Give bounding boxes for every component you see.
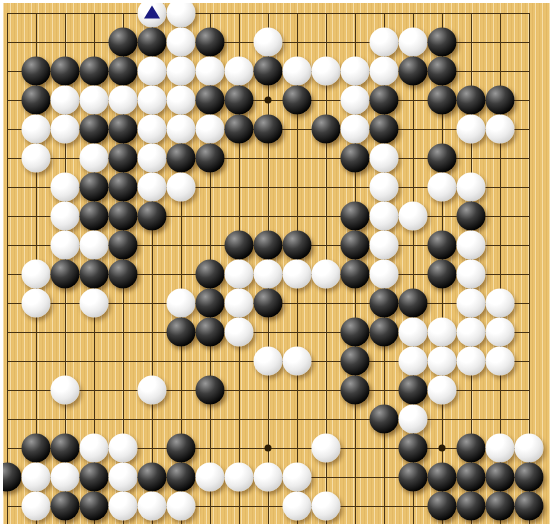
- black-stone: [109, 144, 138, 173]
- white-stone: [457, 347, 486, 376]
- white-stone: [399, 347, 428, 376]
- black-stone: [341, 347, 370, 376]
- white-stone: [254, 260, 283, 289]
- white-stone: [370, 231, 399, 260]
- star-point: [265, 445, 272, 452]
- black-stone: [109, 115, 138, 144]
- black-stone: [515, 463, 544, 492]
- black-stone: [312, 115, 341, 144]
- black-stone: [167, 144, 196, 173]
- white-stone: [22, 260, 51, 289]
- white-stone: [138, 57, 167, 86]
- black-stone: [486, 492, 515, 521]
- white-stone: [167, 173, 196, 202]
- black-stone: [457, 86, 486, 115]
- white-stone: [370, 260, 399, 289]
- white-stone: [51, 173, 80, 202]
- white-stone: [167, 86, 196, 115]
- white-stone: [138, 376, 167, 405]
- white-stone: [225, 318, 254, 347]
- black-stone: [22, 434, 51, 463]
- black-stone: [428, 492, 457, 521]
- white-stone: [515, 434, 544, 463]
- white-stone: [225, 463, 254, 492]
- white-stone: [312, 260, 341, 289]
- black-stone: [80, 57, 109, 86]
- white-stone: [167, 115, 196, 144]
- black-stone: [254, 289, 283, 318]
- last-move-triangle-marker-icon: [144, 5, 160, 18]
- black-stone: [22, 86, 51, 115]
- white-stone: [167, 57, 196, 86]
- black-stone: [283, 231, 312, 260]
- white-stone: [341, 86, 370, 115]
- white-stone: [341, 115, 370, 144]
- black-stone: [370, 318, 399, 347]
- white-stone: [80, 144, 109, 173]
- white-stone: [22, 144, 51, 173]
- white-stone: [254, 28, 283, 57]
- white-stone: [225, 57, 254, 86]
- black-stone: [138, 202, 167, 231]
- black-stone: [457, 492, 486, 521]
- black-stone: [225, 231, 254, 260]
- black-stone: [341, 318, 370, 347]
- black-stone: [399, 57, 428, 86]
- star-point: [265, 97, 272, 104]
- black-stone: [370, 289, 399, 318]
- white-stone: [486, 434, 515, 463]
- white-stone: [457, 115, 486, 144]
- white-stone: [22, 115, 51, 144]
- black-stone: [428, 86, 457, 115]
- black-stone: [254, 57, 283, 86]
- white-stone: [457, 318, 486, 347]
- white-stone: [399, 318, 428, 347]
- white-stone: [370, 202, 399, 231]
- black-stone: [428, 463, 457, 492]
- black-stone: [109, 57, 138, 86]
- black-stone: [399, 376, 428, 405]
- white-stone: [486, 347, 515, 376]
- star-point: [439, 445, 446, 452]
- white-stone: [167, 492, 196, 521]
- black-stone: [109, 173, 138, 202]
- go-board[interactable]: [3, 3, 550, 524]
- white-stone: [283, 492, 312, 521]
- white-stone: [109, 492, 138, 521]
- white-stone: [370, 57, 399, 86]
- white-stone: [428, 347, 457, 376]
- white-stone: [341, 57, 370, 86]
- white-stone: [312, 57, 341, 86]
- white-stone: [283, 347, 312, 376]
- white-stone: [486, 318, 515, 347]
- black-stone: [80, 115, 109, 144]
- white-stone: [80, 231, 109, 260]
- white-stone: [22, 289, 51, 318]
- black-stone: [80, 492, 109, 521]
- black-stone: [486, 86, 515, 115]
- black-stone: [486, 463, 515, 492]
- white-stone: [138, 492, 167, 521]
- white-stone: [51, 115, 80, 144]
- black-stone: [225, 86, 254, 115]
- white-stone: [167, 289, 196, 318]
- black-stone: [399, 434, 428, 463]
- black-stone: [341, 144, 370, 173]
- black-stone: [399, 289, 428, 318]
- white-stone: [486, 115, 515, 144]
- white-stone: [457, 260, 486, 289]
- black-stone: [254, 115, 283, 144]
- white-stone: [283, 57, 312, 86]
- white-stone: [254, 463, 283, 492]
- white-stone: [51, 376, 80, 405]
- white-stone: [428, 318, 457, 347]
- white-stone: [109, 463, 138, 492]
- white-stone: [457, 289, 486, 318]
- black-stone: [370, 115, 399, 144]
- black-stone: [457, 434, 486, 463]
- white-stone: [138, 115, 167, 144]
- white-stone: [428, 173, 457, 202]
- white-stone: [283, 463, 312, 492]
- white-stone: [370, 144, 399, 173]
- black-stone: [51, 434, 80, 463]
- black-stone: [138, 28, 167, 57]
- black-stone: [428, 231, 457, 260]
- black-stone: [196, 144, 225, 173]
- black-stone: [428, 57, 457, 86]
- white-stone: [254, 347, 283, 376]
- white-stone: [399, 28, 428, 57]
- page: [0, 0, 550, 524]
- white-stone: [138, 173, 167, 202]
- black-stone: [225, 115, 254, 144]
- black-stone: [109, 28, 138, 57]
- white-stone: [428, 376, 457, 405]
- black-stone: [457, 202, 486, 231]
- white-stone: [51, 86, 80, 115]
- white-stone: [486, 289, 515, 318]
- black-stone: [196, 318, 225, 347]
- white-stone: [196, 57, 225, 86]
- black-stone: [196, 28, 225, 57]
- black-stone: [196, 86, 225, 115]
- white-stone: [109, 86, 138, 115]
- black-stone: [341, 376, 370, 405]
- black-stone: [51, 57, 80, 86]
- white-stone: [370, 173, 399, 202]
- black-stone: [399, 463, 428, 492]
- black-stone: [196, 376, 225, 405]
- white-stone: [196, 463, 225, 492]
- white-stone: [167, 28, 196, 57]
- white-stone: [283, 260, 312, 289]
- white-stone: [225, 260, 254, 289]
- white-stone: [80, 289, 109, 318]
- black-stone: [167, 434, 196, 463]
- black-stone: [109, 231, 138, 260]
- black-stone: [341, 260, 370, 289]
- black-stone: [428, 260, 457, 289]
- black-stone: [22, 57, 51, 86]
- white-stone: [370, 28, 399, 57]
- white-stone: [399, 202, 428, 231]
- black-stone: [370, 405, 399, 434]
- black-stone: [428, 144, 457, 173]
- white-stone: [80, 434, 109, 463]
- white-stone: [51, 463, 80, 492]
- white-stone: [312, 492, 341, 521]
- black-stone: [138, 463, 167, 492]
- black-stone: [51, 492, 80, 521]
- white-stone: [51, 202, 80, 231]
- white-stone: [457, 173, 486, 202]
- black-stone: [109, 260, 138, 289]
- black-stone: [51, 260, 80, 289]
- white-stone: [80, 86, 109, 115]
- black-stone: [167, 463, 196, 492]
- white-stone: [22, 463, 51, 492]
- white-stone: [109, 434, 138, 463]
- black-stone: [457, 463, 486, 492]
- black-stone: [167, 318, 196, 347]
- black-stone: [341, 231, 370, 260]
- white-stone: [399, 405, 428, 434]
- black-stone: [80, 173, 109, 202]
- white-stone: [51, 231, 80, 260]
- white-stone: [22, 492, 51, 521]
- black-stone: [196, 260, 225, 289]
- white-stone: [312, 434, 341, 463]
- black-stone: [283, 86, 312, 115]
- black-stone: [341, 202, 370, 231]
- black-stone: [254, 231, 283, 260]
- white-stone: [138, 86, 167, 115]
- black-stone: [196, 289, 225, 318]
- white-stone: [225, 289, 254, 318]
- white-stone: [457, 231, 486, 260]
- black-stone: [109, 202, 138, 231]
- black-stone: [80, 260, 109, 289]
- black-stone: [515, 492, 544, 521]
- black-stone: [428, 28, 457, 57]
- black-stone: [80, 202, 109, 231]
- white-stone: [196, 115, 225, 144]
- white-stone: [138, 144, 167, 173]
- black-stone: [370, 86, 399, 115]
- black-stone: [80, 463, 109, 492]
